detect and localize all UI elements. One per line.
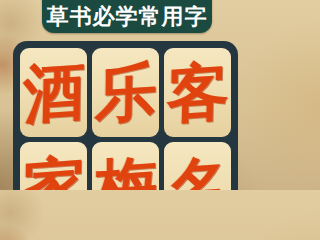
calligraphy-card: 名	[164, 142, 231, 190]
cursive-character-4: 家	[22, 153, 85, 190]
cursive-character-1: 酒	[22, 59, 85, 126]
calligraphy-grid-panel: 酒 乐 客 家 梅 名	[13, 41, 238, 190]
page-title: 草书必学常用字	[47, 6, 208, 28]
cursive-character-3: 客	[166, 59, 229, 126]
title-banner: 草书必学常用字	[42, 0, 212, 33]
calligraphy-card: 梅	[92, 142, 159, 190]
calligraphy-card: 家	[20, 142, 87, 190]
calligraphy-thumbnail: { "title": { "text": "草书必学常用字" }, "cards…	[0, 0, 254, 190]
calligraphy-card: 客	[164, 48, 231, 137]
calligraphy-card: 酒	[20, 48, 87, 137]
calligraphy-card: 乐	[92, 48, 159, 137]
cursive-character-2: 乐	[94, 59, 157, 126]
cursive-character-5: 梅	[94, 153, 157, 190]
cursive-character-6: 名	[166, 153, 229, 190]
